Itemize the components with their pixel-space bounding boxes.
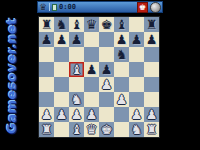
piece-white-pawn: ♟ xyxy=(116,93,128,106)
piece-black-pawn: ♟ xyxy=(146,33,158,46)
piece-black-bishop: ♝ xyxy=(71,18,83,31)
piece-white-bishop: ♝ xyxy=(71,63,83,76)
piece-white-queen: ♛ xyxy=(86,123,98,136)
square-f1[interactable] xyxy=(114,122,129,137)
piece-black-pawn: ♟ xyxy=(71,33,83,46)
square-d5[interactable]: ♟ xyxy=(84,62,99,77)
square-f4[interactable] xyxy=(114,77,129,92)
square-g4[interactable] xyxy=(129,77,144,92)
square-b3[interactable] xyxy=(54,92,69,107)
game-timer: 0:00 xyxy=(59,3,76,11)
square-e3[interactable] xyxy=(99,92,114,107)
piece-black-knight: ♞ xyxy=(56,18,68,31)
square-c4[interactable] xyxy=(69,77,84,92)
square-h5[interactable] xyxy=(144,62,159,77)
square-a7[interactable]: ♟ xyxy=(39,32,54,47)
square-f2[interactable] xyxy=(114,107,129,122)
piece-white-rook: ♜ xyxy=(41,123,53,136)
status-bar: ♛ 0:00 ♚ xyxy=(37,1,163,13)
square-c1[interactable]: ♝ xyxy=(69,122,84,137)
square-e7[interactable] xyxy=(99,32,114,47)
square-a8[interactable]: ♜ xyxy=(39,17,54,32)
square-e6[interactable] xyxy=(99,47,114,62)
piece-black-bishop: ♝ xyxy=(116,18,128,31)
square-e1[interactable]: ♚ xyxy=(99,122,114,137)
square-b4[interactable] xyxy=(54,77,69,92)
square-a3[interactable] xyxy=(39,92,54,107)
black-queen-icon: ♛ xyxy=(39,2,47,12)
square-g3[interactable] xyxy=(129,92,144,107)
square-g1[interactable]: ♞ xyxy=(129,122,144,137)
square-d1[interactable]: ♛ xyxy=(84,122,99,137)
square-g2[interactable]: ♟ xyxy=(129,107,144,122)
square-a6[interactable] xyxy=(39,47,54,62)
square-b7[interactable]: ♟ xyxy=(54,32,69,47)
chess-board[interactable]: ♜♞♝♛♚♝♜♟♟♟♟♟♟♞♝♟♟♟♞♟♟♟♟♟♟♟♜♝♛♚♞♜ xyxy=(38,16,160,138)
square-b5[interactable] xyxy=(54,62,69,77)
settings-icon[interactable] xyxy=(150,2,161,13)
square-h2[interactable]: ♟ xyxy=(144,107,159,122)
square-g7[interactable]: ♟ xyxy=(129,32,144,47)
square-b2[interactable]: ♟ xyxy=(54,107,69,122)
square-c8[interactable]: ♝ xyxy=(69,17,84,32)
square-f6[interactable]: ♞ xyxy=(114,47,129,62)
square-e4[interactable]: ♟ xyxy=(99,77,114,92)
piece-black-queen: ♛ xyxy=(86,18,98,31)
piece-black-king: ♚ xyxy=(101,18,113,31)
square-d7[interactable] xyxy=(84,32,99,47)
square-c3[interactable]: ♞ xyxy=(69,92,84,107)
move-indicator-icon xyxy=(52,4,57,11)
square-h1[interactable]: ♜ xyxy=(144,122,159,137)
piece-black-pawn: ♟ xyxy=(56,33,68,46)
square-g5[interactable] xyxy=(129,62,144,77)
square-d3[interactable] xyxy=(84,92,99,107)
square-b6[interactable] xyxy=(54,47,69,62)
piece-white-pawn: ♟ xyxy=(56,108,68,121)
piece-white-pawn: ♟ xyxy=(41,108,53,121)
piece-white-pawn: ♟ xyxy=(71,108,83,121)
square-h8[interactable]: ♜ xyxy=(144,17,159,32)
watermark-text: Gamesover.net xyxy=(4,18,19,134)
piece-white-knight: ♞ xyxy=(131,123,143,136)
square-d8[interactable]: ♛ xyxy=(84,17,99,32)
white-king-badge-icon[interactable]: ♚ xyxy=(137,2,148,13)
piece-white-bishop: ♝ xyxy=(71,123,83,136)
square-f7[interactable]: ♟ xyxy=(114,32,129,47)
piece-black-pawn: ♟ xyxy=(86,63,98,76)
square-h4[interactable] xyxy=(144,77,159,92)
square-b1[interactable] xyxy=(54,122,69,137)
piece-white-pawn: ♟ xyxy=(86,108,98,121)
screen: Gamesover.net ♛ 0:00 ♚ ♜♞♝♛♚♝♜♟♟♟♟♟♟♞♝♟♟… xyxy=(0,0,200,150)
square-b8[interactable]: ♞ xyxy=(54,17,69,32)
piece-black-pawn: ♟ xyxy=(41,33,53,46)
square-c6[interactable] xyxy=(69,47,84,62)
piece-black-rook: ♜ xyxy=(41,18,53,31)
separator xyxy=(49,3,50,11)
square-f5[interactable] xyxy=(114,62,129,77)
square-d6[interactable] xyxy=(84,47,99,62)
square-h3[interactable] xyxy=(144,92,159,107)
piece-black-knight: ♞ xyxy=(116,48,128,61)
square-h7[interactable]: ♟ xyxy=(144,32,159,47)
piece-black-pawn: ♟ xyxy=(116,33,128,46)
piece-black-pawn: ♟ xyxy=(101,63,113,76)
square-g8[interactable] xyxy=(129,17,144,32)
square-a2[interactable]: ♟ xyxy=(39,107,54,122)
piece-white-pawn: ♟ xyxy=(101,78,113,91)
chess-app-window: ♛ 0:00 ♚ ♜♞♝♛♚♝♜♟♟♟♟♟♟♞♝♟♟♟♞♟♟♟♟♟♟♟♜♝♛♚♞… xyxy=(37,1,163,138)
piece-black-pawn: ♟ xyxy=(131,33,143,46)
piece-white-rook: ♜ xyxy=(146,123,158,136)
square-h6[interactable] xyxy=(144,47,159,62)
square-g6[interactable] xyxy=(129,47,144,62)
square-d4[interactable] xyxy=(84,77,99,92)
square-e8[interactable]: ♚ xyxy=(99,17,114,32)
square-a4[interactable] xyxy=(39,77,54,92)
piece-white-king: ♚ xyxy=(101,123,113,136)
square-a5[interactable] xyxy=(39,62,54,77)
piece-black-rook: ♜ xyxy=(146,18,158,31)
square-c2[interactable]: ♟ xyxy=(69,107,84,122)
piece-white-pawn: ♟ xyxy=(131,108,143,121)
square-d2[interactable]: ♟ xyxy=(84,107,99,122)
square-c7[interactable]: ♟ xyxy=(69,32,84,47)
square-f8[interactable]: ♝ xyxy=(114,17,129,32)
square-f3[interactable]: ♟ xyxy=(114,92,129,107)
square-e2[interactable] xyxy=(99,107,114,122)
piece-white-pawn: ♟ xyxy=(146,108,158,121)
piece-white-knight: ♞ xyxy=(71,93,83,106)
square-a1[interactable]: ♜ xyxy=(39,122,54,137)
square-c5[interactable]: ♝ xyxy=(69,62,84,77)
square-e5[interactable]: ♟ xyxy=(99,62,114,77)
